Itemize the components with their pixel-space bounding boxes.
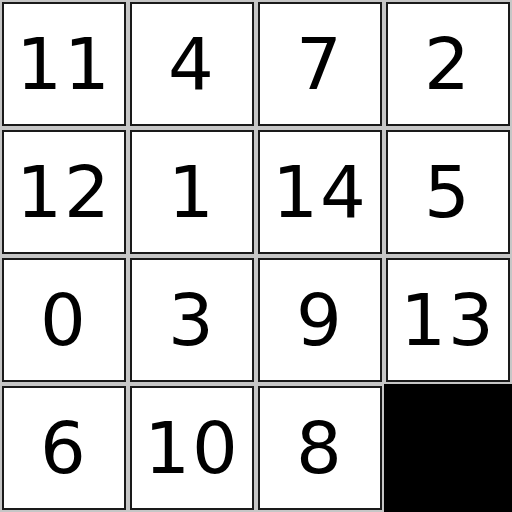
tile-label: 4 (168, 28, 216, 100)
tile-12[interactable]: 12 (2, 130, 126, 254)
cell-r4c3: 8 (256, 384, 384, 512)
tile-label: 14 (272, 156, 368, 228)
tile-4[interactable]: 4 (130, 2, 254, 126)
tile-label: 3 (168, 284, 216, 356)
tile-label: 11 (16, 28, 112, 100)
tile-7[interactable]: 7 (258, 2, 382, 126)
tile-2[interactable]: 2 (386, 2, 510, 126)
cell-r2c2: 1 (128, 128, 256, 256)
cell-r1c4: 2 (384, 0, 512, 128)
tile-14[interactable]: 14 (258, 130, 382, 254)
tile-3[interactable]: 3 (130, 258, 254, 382)
tile-label: 2 (424, 28, 472, 100)
cell-r3c3: 9 (256, 256, 384, 384)
cell-r4c1: 6 (0, 384, 128, 512)
tile-8[interactable]: 8 (258, 386, 382, 510)
tile-10[interactable]: 10 (130, 386, 254, 510)
tile-13[interactable]: 13 (386, 258, 510, 382)
cell-r2c1: 12 (0, 128, 128, 256)
cell-r3c4: 13 (384, 256, 512, 384)
cell-r3c1: 0 (0, 256, 128, 384)
cell-r3c2: 3 (128, 256, 256, 384)
tile-label: 8 (296, 412, 344, 484)
tile-6[interactable]: 6 (2, 386, 126, 510)
tile-0[interactable]: 0 (2, 258, 126, 382)
tile-label: 5 (424, 156, 472, 228)
tile-1[interactable]: 1 (130, 130, 254, 254)
empty-cell (384, 384, 512, 512)
tile-label: 0 (40, 284, 88, 356)
tile-label: 9 (296, 284, 344, 356)
tile-label: 13 (400, 284, 496, 356)
tile-5[interactable]: 5 (386, 130, 510, 254)
tile-label: 12 (16, 156, 112, 228)
tile-label: 7 (296, 28, 344, 100)
tile-label: 6 (40, 412, 88, 484)
cell-r1c2: 4 (128, 0, 256, 128)
cell-r2c4: 5 (384, 128, 512, 256)
cell-r4c2: 10 (128, 384, 256, 512)
tile-label: 10 (144, 412, 240, 484)
cell-r1c1: 11 (0, 0, 128, 128)
tile-9[interactable]: 9 (258, 258, 382, 382)
tile-11[interactable]: 11 (2, 2, 126, 126)
tile-label: 1 (168, 156, 216, 228)
cell-r1c3: 7 (256, 0, 384, 128)
cell-r2c3: 14 (256, 128, 384, 256)
puzzle-board: 11472121145039136108 (0, 0, 512, 512)
